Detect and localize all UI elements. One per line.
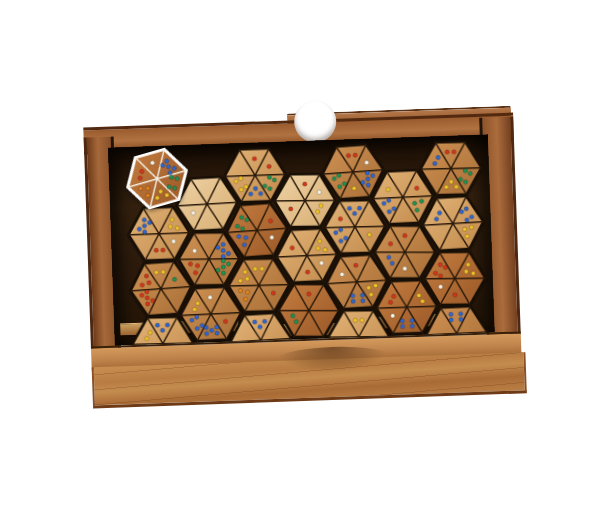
hex-piece-face bbox=[422, 251, 487, 307]
hex-piece-face bbox=[419, 194, 486, 253]
lid-thumb-notch bbox=[294, 100, 337, 143]
hex-domino-piece-c7r1[interactable] bbox=[418, 140, 483, 197]
hex-domino-piece-c7r2[interactable] bbox=[419, 194, 486, 254]
hex-piece-face bbox=[418, 140, 483, 197]
wooden-box bbox=[83, 113, 522, 406]
piece-tray bbox=[108, 134, 495, 345]
product-photo bbox=[0, 0, 600, 506]
hex-domino-piece-c7r3[interactable] bbox=[422, 251, 487, 308]
